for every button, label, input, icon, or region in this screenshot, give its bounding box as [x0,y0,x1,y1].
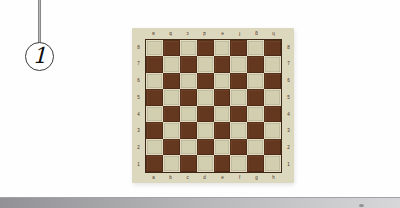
file-label-top-c: c [184,31,193,36]
square-d1[interactable] [197,155,214,172]
file-label-top-f: f [235,31,244,36]
file-label-top-a: a [149,31,158,36]
rank-label-right-7: 7 [286,59,292,67]
file-label-bottom-e: e [218,175,227,180]
square-e1[interactable] [214,155,231,172]
square-b4[interactable] [163,106,180,123]
rank-label-left-7: 7 [136,59,142,67]
callout-marker-label: 1 [33,45,47,67]
square-f8[interactable] [230,40,247,57]
square-e4[interactable] [214,106,231,123]
square-h6[interactable] [264,73,281,90]
square-g1[interactable] [247,155,264,172]
square-f7[interactable] [230,56,247,73]
square-f6[interactable] [230,73,247,90]
rank-label-left-3: 3 [136,126,142,134]
square-h7[interactable] [264,56,281,73]
square-g6[interactable] [247,73,264,90]
file-label-bottom-h: h [269,175,278,180]
square-d8[interactable] [197,40,214,57]
callout-marker-circle: 1 [25,42,54,71]
square-g5[interactable] [247,89,264,106]
square-h2[interactable] [264,139,281,156]
rank-label-left-4: 4 [136,110,142,118]
square-f1[interactable] [230,155,247,172]
square-a3[interactable] [146,122,163,139]
page: 1 abcdefgh 87654321 87654321 abcdefgh [0,0,400,208]
square-c1[interactable] [180,155,197,172]
file-label-bottom-g: g [252,175,261,180]
callout-pin-line [38,0,41,43]
square-c8[interactable] [180,40,197,57]
square-g3[interactable] [247,122,264,139]
square-b5[interactable] [163,89,180,106]
square-a1[interactable] [146,155,163,172]
square-a2[interactable] [146,139,163,156]
file-label-bottom-d: d [201,175,210,180]
file-label-top-d: d [201,31,210,36]
file-label-top-e: e [218,31,227,36]
square-d6[interactable] [197,73,214,90]
square-g2[interactable] [247,139,264,156]
square-d5[interactable] [197,89,214,106]
rank-labels-left: 87654321 [133,39,144,173]
file-labels-bottom: abcdefgh [145,173,282,182]
square-f5[interactable] [230,89,247,106]
rank-label-right-6: 6 [286,76,292,84]
square-b3[interactable] [163,122,180,139]
dust-speck [359,204,364,207]
square-b2[interactable] [163,139,180,156]
square-h5[interactable] [264,89,281,106]
table-edge-band [0,197,400,208]
square-e7[interactable] [214,56,231,73]
square-a7[interactable] [146,56,163,73]
square-c7[interactable] [180,56,197,73]
square-f4[interactable] [230,106,247,123]
file-label-bottom-c: c [184,175,193,180]
chess-board[interactable]: abcdefgh 87654321 87654321 abcdefgh [132,28,294,183]
square-h4[interactable] [264,106,281,123]
square-d3[interactable] [197,122,214,139]
rank-labels-right: 87654321 [283,39,294,173]
square-a4[interactable] [146,106,163,123]
square-f3[interactable] [230,122,247,139]
square-c4[interactable] [180,106,197,123]
rank-label-left-6: 6 [136,76,142,84]
square-e2[interactable] [214,139,231,156]
rank-label-left-1: 1 [136,160,142,168]
square-b6[interactable] [163,73,180,90]
square-g4[interactable] [247,106,264,123]
square-a6[interactable] [146,73,163,90]
square-d4[interactable] [197,106,214,123]
square-g8[interactable] [247,40,264,57]
file-label-bottom-b: b [166,175,175,180]
rank-label-right-1: 1 [286,160,292,168]
rank-label-right-8: 8 [286,43,292,51]
square-e8[interactable] [214,40,231,57]
rank-label-right-2: 2 [286,143,292,151]
square-d7[interactable] [197,56,214,73]
square-c2[interactable] [180,139,197,156]
square-e6[interactable] [214,73,231,90]
rank-label-left-2: 2 [136,143,142,151]
square-b1[interactable] [163,155,180,172]
file-label-top-h: h [269,31,278,36]
rank-label-left-8: 8 [136,43,142,51]
square-g7[interactable] [247,56,264,73]
rank-label-right-4: 4 [286,110,292,118]
square-c6[interactable] [180,73,197,90]
square-e3[interactable] [214,122,231,139]
rank-label-right-3: 3 [286,126,292,134]
rank-label-left-5: 5 [136,93,142,101]
square-a5[interactable] [146,89,163,106]
square-h8[interactable] [264,40,281,57]
square-c5[interactable] [180,89,197,106]
rank-label-right-5: 5 [286,93,292,101]
square-e5[interactable] [214,89,231,106]
square-b8[interactable] [163,40,180,57]
file-label-bottom-a: a [149,175,158,180]
square-a8[interactable] [146,40,163,57]
file-label-top-b: b [166,31,175,36]
file-label-bottom-f: f [235,175,244,180]
square-h1[interactable] [264,155,281,172]
square-d2[interactable] [197,139,214,156]
file-label-top-g: g [252,31,261,36]
square-c3[interactable] [180,122,197,139]
board-squares[interactable] [145,39,282,173]
file-labels-top: abcdefgh [145,29,282,38]
square-f2[interactable] [230,139,247,156]
square-h3[interactable] [264,122,281,139]
square-b7[interactable] [163,56,180,73]
